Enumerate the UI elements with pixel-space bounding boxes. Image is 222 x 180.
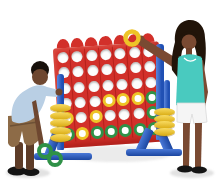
boy-face [32, 69, 48, 85]
loose-green-ring[interactable] [49, 153, 61, 165]
boy-player [8, 61, 63, 176]
girl-shorts [177, 103, 207, 124]
yellow-ring-on-board-top[interactable] [126, 32, 139, 45]
players-overlay [0, 0, 222, 180]
girl-sandal-left [177, 166, 193, 173]
boy-hand-on-board [56, 89, 63, 96]
girl-leg-right [195, 123, 202, 167]
girl-face [182, 35, 197, 50]
girl-sandal-right [191, 167, 207, 174]
scene [0, 0, 222, 180]
girl-top [176, 54, 205, 108]
girl-leg-left [183, 123, 190, 167]
girl-player [126, 20, 209, 174]
